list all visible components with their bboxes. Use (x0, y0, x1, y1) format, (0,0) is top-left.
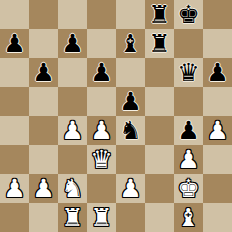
square-d4[interactable]: ♟ (87, 116, 116, 145)
square-b8[interactable] (29, 0, 58, 29)
square-e7[interactable]: ♝ (116, 29, 145, 58)
square-a7[interactable]: ♟ (0, 29, 29, 58)
square-f6[interactable] (145, 58, 174, 87)
square-e6[interactable] (116, 58, 145, 87)
piece-black-pawn[interactable]: ♟ (177, 116, 199, 145)
square-h5[interactable] (203, 87, 232, 116)
chess-board: ♜♚♟♟♝♜♟♟♛♟♟♟♟♞♟♟♛♟♟♟♞♟♚♜♜♝ (0, 0, 232, 232)
square-c2[interactable]: ♞ (58, 174, 87, 203)
square-h7[interactable] (203, 29, 232, 58)
square-c6[interactable] (58, 58, 87, 87)
square-b5[interactable] (29, 87, 58, 116)
square-d8[interactable] (87, 0, 116, 29)
piece-black-knight[interactable]: ♞ (119, 116, 141, 145)
piece-black-rook[interactable]: ♜ (148, 29, 170, 58)
square-f4[interactable] (145, 116, 174, 145)
piece-white-rook[interactable]: ♜ (61, 203, 83, 232)
square-f2[interactable] (145, 174, 174, 203)
square-f3[interactable] (145, 145, 174, 174)
square-g6[interactable]: ♛ (174, 58, 203, 87)
square-e8[interactable] (116, 0, 145, 29)
piece-white-pawn[interactable]: ♟ (3, 174, 25, 203)
square-a8[interactable] (0, 0, 29, 29)
square-a1[interactable] (0, 203, 29, 232)
square-d3[interactable]: ♛ (87, 145, 116, 174)
square-b4[interactable] (29, 116, 58, 145)
square-c8[interactable] (58, 0, 87, 29)
square-b6[interactable]: ♟ (29, 58, 58, 87)
piece-black-pawn[interactable]: ♟ (61, 29, 83, 58)
square-c1[interactable]: ♜ (58, 203, 87, 232)
square-g8[interactable]: ♚ (174, 0, 203, 29)
piece-white-pawn[interactable]: ♟ (206, 116, 228, 145)
piece-black-pawn[interactable]: ♟ (32, 58, 54, 87)
square-b3[interactable] (29, 145, 58, 174)
square-g4[interactable]: ♟ (174, 116, 203, 145)
square-b2[interactable]: ♟ (29, 174, 58, 203)
square-g7[interactable] (174, 29, 203, 58)
piece-white-bishop[interactable]: ♝ (177, 203, 199, 232)
piece-black-rook[interactable]: ♜ (148, 0, 170, 29)
square-f1[interactable] (145, 203, 174, 232)
piece-white-rook[interactable]: ♜ (90, 203, 112, 232)
square-h4[interactable]: ♟ (203, 116, 232, 145)
square-f5[interactable] (145, 87, 174, 116)
square-e5[interactable]: ♟ (116, 87, 145, 116)
piece-white-knight[interactable]: ♞ (61, 174, 83, 203)
square-g5[interactable] (174, 87, 203, 116)
square-h1[interactable] (203, 203, 232, 232)
square-a2[interactable]: ♟ (0, 174, 29, 203)
square-e3[interactable] (116, 145, 145, 174)
square-h2[interactable] (203, 174, 232, 203)
piece-black-pawn[interactable]: ♟ (119, 87, 141, 116)
square-g3[interactable]: ♟ (174, 145, 203, 174)
square-d6[interactable]: ♟ (87, 58, 116, 87)
square-a4[interactable] (0, 116, 29, 145)
piece-white-king[interactable]: ♚ (177, 174, 199, 203)
square-c5[interactable] (58, 87, 87, 116)
square-d2[interactable] (87, 174, 116, 203)
piece-white-pawn[interactable]: ♟ (61, 116, 83, 145)
piece-black-king[interactable]: ♚ (177, 0, 199, 29)
square-g1[interactable]: ♝ (174, 203, 203, 232)
piece-black-pawn[interactable]: ♟ (90, 58, 112, 87)
square-c3[interactable] (58, 145, 87, 174)
square-e4[interactable]: ♞ (116, 116, 145, 145)
piece-white-pawn[interactable]: ♟ (32, 174, 54, 203)
square-h3[interactable] (203, 145, 232, 174)
square-h8[interactable] (203, 0, 232, 29)
piece-white-pawn[interactable]: ♟ (90, 116, 112, 145)
piece-black-bishop[interactable]: ♝ (119, 29, 141, 58)
square-g2[interactable]: ♚ (174, 174, 203, 203)
square-b7[interactable] (29, 29, 58, 58)
piece-white-queen[interactable]: ♛ (90, 145, 112, 174)
square-d7[interactable] (87, 29, 116, 58)
square-f7[interactable]: ♜ (145, 29, 174, 58)
square-a6[interactable] (0, 58, 29, 87)
square-e2[interactable]: ♟ (116, 174, 145, 203)
piece-white-pawn[interactable]: ♟ (119, 174, 141, 203)
square-d5[interactable] (87, 87, 116, 116)
piece-white-pawn[interactable]: ♟ (177, 145, 199, 174)
square-a5[interactable] (0, 87, 29, 116)
square-b1[interactable] (29, 203, 58, 232)
square-c4[interactable]: ♟ (58, 116, 87, 145)
square-c7[interactable]: ♟ (58, 29, 87, 58)
piece-black-pawn[interactable]: ♟ (206, 58, 228, 87)
square-h6[interactable]: ♟ (203, 58, 232, 87)
piece-black-queen[interactable]: ♛ (177, 58, 199, 87)
piece-black-pawn[interactable]: ♟ (3, 29, 25, 58)
square-d1[interactable]: ♜ (87, 203, 116, 232)
square-a3[interactable] (0, 145, 29, 174)
square-f8[interactable]: ♜ (145, 0, 174, 29)
square-e1[interactable] (116, 203, 145, 232)
